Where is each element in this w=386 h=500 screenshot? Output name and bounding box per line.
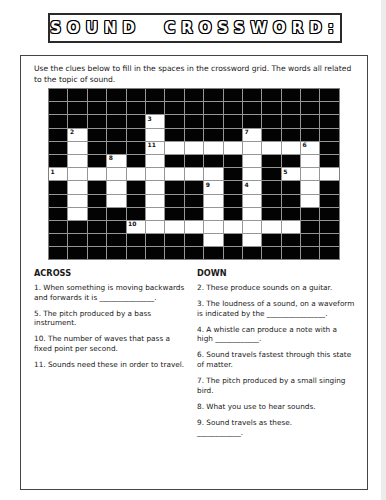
grid-cell-black <box>88 234 106 246</box>
grid-cell-white[interactable] <box>204 208 222 220</box>
grid-cell-white[interactable] <box>165 168 183 180</box>
grid-cell-white[interactable] <box>301 168 319 180</box>
grid-cell-black <box>68 89 86 101</box>
grid-cell-black <box>49 115 67 127</box>
grid-cell-black <box>165 102 183 114</box>
grid-cell-black <box>49 234 67 246</box>
grid-cell-black <box>88 195 106 207</box>
grid-cell-black <box>262 155 280 167</box>
grid-cell-black <box>107 102 125 114</box>
clue-number: 4 <box>244 182 248 188</box>
grid-cell-black <box>185 129 203 141</box>
grid-cell-black <box>88 115 106 127</box>
grid-cell-black <box>204 115 222 127</box>
grid-cell-black <box>107 208 125 220</box>
grid-cell-black <box>49 129 67 141</box>
grid-cell-white[interactable]: 10 <box>127 221 145 233</box>
clue-item: 1. When something is moving backwards an… <box>34 283 186 302</box>
grid-cell-black <box>282 208 300 220</box>
grid-cell-white[interactable] <box>301 181 319 193</box>
grid-cell-black <box>282 155 300 167</box>
grid-cell-black <box>301 247 319 259</box>
grid-cell-black <box>282 181 300 193</box>
grid-cell-black <box>320 181 338 193</box>
grid-cell-black <box>320 102 338 114</box>
down-clue-list: 2. These produce sounds on a guitar.3. T… <box>197 283 355 437</box>
grid-cell-white[interactable] <box>107 168 125 180</box>
grid-cell-black <box>262 115 280 127</box>
grid-cell-black <box>282 195 300 207</box>
grid-cell-black <box>320 115 338 127</box>
grid-cell-black <box>68 115 86 127</box>
grid-cell-white[interactable] <box>243 142 261 154</box>
grid-cell-black <box>165 208 183 220</box>
grid-cell-white[interactable] <box>165 221 183 233</box>
grid-cell-white[interactable] <box>68 181 86 193</box>
grid-cell-black <box>88 208 106 220</box>
grid-cell-black <box>107 129 125 141</box>
grid-cell-black <box>49 89 67 101</box>
grid-cell-black <box>282 115 300 127</box>
grid-cell-black <box>320 221 338 233</box>
grid-cell-black <box>165 89 183 101</box>
grid-cell-white[interactable] <box>243 221 261 233</box>
grid-cell-black <box>68 234 86 246</box>
grid-cell-black <box>320 234 338 246</box>
grid-cell-black <box>88 181 106 193</box>
grid-cell-black <box>320 208 338 220</box>
grid-cell-black <box>107 89 125 101</box>
clue-item: 8. What you use to hear sounds. <box>197 402 355 412</box>
grid-cell-white[interactable] <box>185 142 203 154</box>
worksheet-frame: Use the clues below to fill in the space… <box>20 55 368 490</box>
grid-cell-black <box>224 89 242 101</box>
grid-cell-white[interactable] <box>146 168 164 180</box>
clue-item: 2. These produce sounds on a guitar. <box>197 283 355 293</box>
grid-cell-white[interactable] <box>146 195 164 207</box>
grid-cell-black <box>224 247 242 259</box>
grid-cell-black <box>88 221 106 233</box>
grid-cell-white[interactable] <box>282 142 300 154</box>
grid-cell-white[interactable] <box>262 221 280 233</box>
grid-cell-black <box>320 155 338 167</box>
grid-cell-black <box>127 89 145 101</box>
grid-cell-white[interactable] <box>224 142 242 154</box>
grid-cell-black <box>88 89 106 101</box>
grid-cell-black <box>224 195 242 207</box>
clue-number: 8 <box>109 155 113 161</box>
grid-cell-black <box>165 195 183 207</box>
grid-cell-white[interactable]: 4 <box>243 181 261 193</box>
grid-cell-black <box>88 247 106 259</box>
grid-cell-black <box>185 234 203 246</box>
grid-cell-black <box>320 195 338 207</box>
grid-cell-black <box>146 89 164 101</box>
grid-cell-white[interactable] <box>243 155 261 167</box>
grid-cell-black <box>185 195 203 207</box>
clue-number: 3 <box>147 116 151 122</box>
grid-cell-black <box>204 102 222 114</box>
title-box: SOUND CROSSWORD: <box>48 13 342 43</box>
clue-number: 5 <box>283 169 287 175</box>
grid-cell-black <box>262 102 280 114</box>
grid-cell-black <box>282 102 300 114</box>
grid-cell-black <box>185 89 203 101</box>
grid-cell-black <box>127 208 145 220</box>
clue-item: 4. A whistle can produce a note with a h… <box>197 325 355 344</box>
clue-number: 1 <box>51 169 55 175</box>
grid-cell-black <box>243 89 261 101</box>
grid-cell-black <box>68 247 86 259</box>
page-scan-edge <box>381 0 386 500</box>
grid-cell-black <box>49 195 67 207</box>
grid-cell-black <box>262 181 280 193</box>
grid-cell-black <box>204 89 222 101</box>
grid-cell-white[interactable] <box>68 195 86 207</box>
grid-cell-white[interactable]: 3 <box>146 115 164 127</box>
grid-cell-black <box>165 247 183 259</box>
grid-cell-black <box>107 247 125 259</box>
grid-cell-black <box>107 142 125 154</box>
grid-cell-white[interactable] <box>243 168 261 180</box>
grid-cell-black <box>49 181 67 193</box>
grid-cell-black <box>224 129 242 141</box>
grid-cell-black <box>262 89 280 101</box>
grid-cell-black <box>185 102 203 114</box>
grid-cell-white[interactable]: 11 <box>146 142 164 154</box>
grid-cell-white[interactable] <box>165 142 183 154</box>
grid-cell-white[interactable] <box>320 168 338 180</box>
clue-item: 10. The number of waves that pass a fixe… <box>34 334 186 353</box>
clue-number: 2 <box>70 129 74 135</box>
grid-cell-black <box>49 155 67 167</box>
grid-cell-white[interactable] <box>204 234 222 246</box>
grid-cell-white[interactable]: 1 <box>49 168 67 180</box>
grid-cell-black <box>301 129 319 141</box>
grid-cell-black <box>282 234 300 246</box>
grid-cell-black <box>320 89 338 101</box>
clue-number: 9 <box>206 182 210 188</box>
page-title: SOUND CROSSWORD: <box>50 19 340 37</box>
grid-cell-black <box>146 247 164 259</box>
grid-cell-white[interactable]: 2 <box>68 129 86 141</box>
clue-item: 11. Sounds need these in order to travel… <box>34 360 186 370</box>
grid-cell-black <box>165 115 183 127</box>
grid-cell-black <box>204 155 222 167</box>
grid-cell-white[interactable] <box>68 155 86 167</box>
grid-cell-white[interactable]: 7 <box>243 129 261 141</box>
grid-cell-black <box>127 115 145 127</box>
grid-cell-black <box>224 181 242 193</box>
clue-number: 7 <box>244 129 248 135</box>
grid-cell-black <box>127 247 145 259</box>
instructions-text: Use the clues below to fill in the space… <box>34 64 356 85</box>
grid-cell-white[interactable] <box>88 168 106 180</box>
grid-cell-white[interactable] <box>68 168 86 180</box>
grid-cell-black <box>301 208 319 220</box>
grid-cell-white[interactable]: 5 <box>282 168 300 180</box>
grid-cell-black <box>262 168 280 180</box>
grid-cell-black <box>68 221 86 233</box>
grid-cell-white[interactable] <box>146 129 164 141</box>
grid-cell-black <box>165 129 183 141</box>
grid-cell-white[interactable] <box>204 142 222 154</box>
grid-cell-black <box>320 247 338 259</box>
grid-cell-black <box>127 102 145 114</box>
grid-cell-black <box>301 221 319 233</box>
crossword-grid: 3271168159410 <box>48 88 340 260</box>
grid-cell-white[interactable] <box>146 208 164 220</box>
clue-item: 9. Sound travels as these. ____________. <box>197 418 355 437</box>
across-clues-section: ACROSS 1. When something is moving backw… <box>34 268 186 376</box>
grid-cell-black <box>49 221 67 233</box>
grid-cell-black <box>49 247 67 259</box>
grid-cell-black <box>146 234 164 246</box>
grid-cell-black <box>185 115 203 127</box>
grid-cell-white[interactable] <box>107 181 125 193</box>
grid-cell-black <box>127 234 145 246</box>
grid-cell-black <box>262 129 280 141</box>
grid-cell-black <box>243 115 261 127</box>
grid-cell-white[interactable] <box>243 234 261 246</box>
grid-cell-white[interactable] <box>243 195 261 207</box>
down-clues-section: DOWN 2. These produce sounds on a guitar… <box>197 268 355 444</box>
grid-cell-black <box>165 181 183 193</box>
grid-cell-black <box>185 155 203 167</box>
grid-cell-white[interactable] <box>146 155 164 167</box>
grid-cell-black <box>243 102 261 114</box>
grid-cell-white[interactable] <box>68 208 86 220</box>
grid-cell-black <box>224 168 242 180</box>
grid-cell-white[interactable]: 6 <box>301 142 319 154</box>
grid-cell-white[interactable] <box>185 168 203 180</box>
grid-cell-black <box>204 247 222 259</box>
grid-cell-black <box>320 129 338 141</box>
grid-cell-black <box>165 234 183 246</box>
grid-cell-white[interactable] <box>224 221 242 233</box>
clue-item: 6. Sound travels fastest through this st… <box>197 350 355 369</box>
grid-cell-black <box>282 247 300 259</box>
grid-cell-white[interactable] <box>301 155 319 167</box>
grid-cell-black <box>127 155 145 167</box>
grid-cell-black <box>243 247 261 259</box>
grid-cell-black <box>49 102 67 114</box>
grid-cell-white[interactable]: 9 <box>204 181 222 193</box>
grid-cell-black <box>88 129 106 141</box>
grid-cell-black <box>301 115 319 127</box>
grid-cell-white[interactable] <box>185 221 203 233</box>
grid-cell-white[interactable] <box>204 221 222 233</box>
grid-cell-black <box>301 89 319 101</box>
grid-cell-white[interactable] <box>146 181 164 193</box>
grid-cell-black <box>88 142 106 154</box>
grid-cell-black <box>107 221 125 233</box>
grid-cell-white[interactable]: 8 <box>107 155 125 167</box>
clue-item: 3. The loudness of a sound, on a wavefor… <box>197 299 355 318</box>
grid-cell-black <box>127 195 145 207</box>
grid-cell-black <box>224 208 242 220</box>
grid-cell-white[interactable] <box>204 168 222 180</box>
grid-cell-black <box>262 195 280 207</box>
grid-cell-black <box>127 142 145 154</box>
grid-cell-black <box>127 181 145 193</box>
down-header: DOWN <box>197 268 355 278</box>
grid-cell-white[interactable] <box>204 195 222 207</box>
grid-cell-black <box>301 234 319 246</box>
clue-item: 7. The pitch produced by a small singing… <box>197 376 355 395</box>
grid-cell-black <box>282 129 300 141</box>
grid-cell-black <box>262 234 280 246</box>
grid-cell-black <box>224 102 242 114</box>
across-clue-list: 1. When something is moving backwards an… <box>34 283 186 370</box>
grid-cell-white[interactable] <box>243 208 261 220</box>
grid-cell-black <box>185 247 203 259</box>
clue-number: 6 <box>303 142 307 148</box>
grid-cell-black <box>88 102 106 114</box>
grid-cell-white[interactable] <box>68 142 86 154</box>
grid-cell-white[interactable] <box>301 195 319 207</box>
grid-cell-black <box>49 208 67 220</box>
grid-cell-black <box>204 129 222 141</box>
grid-cell-black <box>88 155 106 167</box>
grid-cell-black <box>49 142 67 154</box>
grid-cell-white[interactable] <box>107 195 125 207</box>
grid-cell-black <box>262 247 280 259</box>
grid-cell-white[interactable] <box>146 221 164 233</box>
grid-cell-white[interactable] <box>262 142 280 154</box>
grid-cell-black <box>185 181 203 193</box>
grid-cell-black <box>262 208 280 220</box>
grid-cell-black <box>224 115 242 127</box>
across-header: ACROSS <box>34 268 186 278</box>
grid-cell-white[interactable] <box>282 221 300 233</box>
grid-cell-black <box>107 234 125 246</box>
grid-cell-black <box>224 234 242 246</box>
grid-cell-black <box>320 142 338 154</box>
clue-item: 5. The pitch produced by a bass instrume… <box>34 309 186 328</box>
grid-cell-black <box>282 89 300 101</box>
grid-cell-black <box>107 115 125 127</box>
grid-cell-black <box>185 208 203 220</box>
clue-number: 10 <box>128 221 136 227</box>
grid-cell-black <box>301 102 319 114</box>
grid-cell-black <box>68 102 86 114</box>
grid-cell-white[interactable] <box>127 168 145 180</box>
grid-cell-black <box>146 102 164 114</box>
clue-number: 11 <box>147 142 155 148</box>
grid-cell-black <box>224 155 242 167</box>
grid-cell-black <box>127 129 145 141</box>
grid-cell-black <box>165 155 183 167</box>
